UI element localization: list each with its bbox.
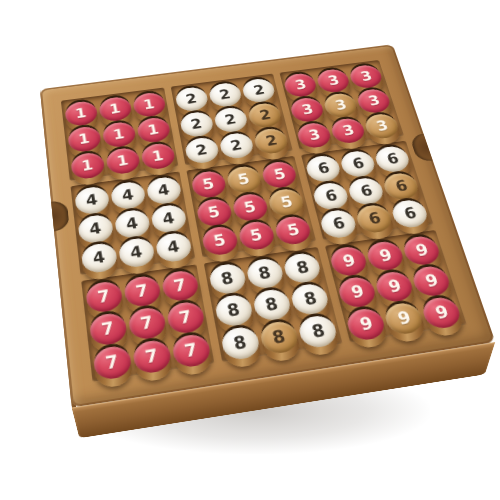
hole xyxy=(374,268,414,299)
cell-r8c7: 9 xyxy=(335,273,378,308)
peg-side xyxy=(414,277,455,305)
peg-number: 3 xyxy=(300,102,315,116)
peg-9-red[interactable]: 9 xyxy=(365,240,407,272)
block-1: 111111111 xyxy=(61,88,179,181)
peg-7-red[interactable]: 7 xyxy=(127,306,167,341)
right-rim-notch xyxy=(409,134,433,163)
peg-6-white[interactable]: 6 xyxy=(390,199,431,230)
peg-6-wood[interactable]: 6 xyxy=(381,171,421,201)
peg-top: 4 xyxy=(150,203,188,234)
hole xyxy=(365,238,404,268)
peg-number: 1 xyxy=(81,158,95,174)
peg-5-red[interactable]: 5 xyxy=(201,225,240,257)
peg-6-white[interactable]: 6 xyxy=(346,176,386,206)
hole xyxy=(267,185,303,213)
block-4: 444444444 xyxy=(70,171,195,275)
peg-number: 7 xyxy=(178,308,194,327)
peg-9-red[interactable]: 9 xyxy=(328,245,369,278)
peg-top: 4 xyxy=(77,213,114,244)
peg-9-wood[interactable]: 9 xyxy=(383,301,426,336)
hole xyxy=(337,273,376,305)
cell-r4c4: 5 xyxy=(189,167,228,197)
peg-side xyxy=(386,314,428,344)
peg-7-red[interactable]: 7 xyxy=(92,345,132,382)
peg-number: 2 xyxy=(195,143,209,158)
hole xyxy=(81,240,116,270)
block-6: 666666666 xyxy=(301,140,434,240)
peg-5-red[interactable]: 5 xyxy=(195,197,233,228)
peg-top: 8 xyxy=(220,326,262,362)
hole xyxy=(226,162,261,190)
cell-r6c7: 6 xyxy=(317,206,358,238)
cell-r8c5: 8 xyxy=(250,285,293,320)
cell-r8c6: 8 xyxy=(288,280,331,315)
peg-side xyxy=(269,198,307,224)
cell-r4c8: 6 xyxy=(338,147,378,177)
peg-top: 6 xyxy=(381,171,421,201)
hole xyxy=(401,232,440,262)
peg-side xyxy=(228,175,265,200)
cell-r4c9: 6 xyxy=(372,142,412,172)
peg-top: 9 xyxy=(411,265,454,298)
cell-r2c5: 2 xyxy=(212,104,249,132)
peg-7-red[interactable]: 7 xyxy=(171,333,212,369)
cell-r6c4: 5 xyxy=(200,223,240,256)
peg-1-red[interactable]: 1 xyxy=(70,151,105,180)
hole xyxy=(106,144,140,171)
cell-r1c2: 1 xyxy=(97,94,133,122)
peg-number: 9 xyxy=(395,309,412,328)
peg-number: 9 xyxy=(357,315,374,334)
peg-number: 4 xyxy=(92,250,106,267)
peg-side xyxy=(248,269,287,297)
peg-top: 9 xyxy=(383,301,426,336)
peg-top: 7 xyxy=(131,339,172,375)
cell-r9c7: 9 xyxy=(343,304,387,340)
cell-r3c5: 2 xyxy=(217,129,255,158)
peg-4-white[interactable]: 4 xyxy=(113,208,150,239)
cell-r4c1: 4 xyxy=(73,183,110,214)
block-2: 222222222 xyxy=(171,74,292,165)
block-3: 333333333 xyxy=(279,60,404,149)
hole xyxy=(382,169,419,197)
peg-top: 5 xyxy=(201,225,240,257)
peg-7-red[interactable]: 7 xyxy=(85,280,124,314)
cell-r9c3: 7 xyxy=(170,330,212,367)
peg-number: 9 xyxy=(341,253,357,271)
peg-number: 2 xyxy=(252,83,266,97)
peg-6-white[interactable]: 6 xyxy=(339,149,378,178)
peg-number: 9 xyxy=(433,304,451,323)
peg-side xyxy=(124,287,163,316)
cell-r5c7: 6 xyxy=(310,178,351,209)
cell-r2c7: 3 xyxy=(288,94,326,122)
peg-8-white[interactable]: 8 xyxy=(289,282,331,316)
hole xyxy=(146,173,181,201)
peg-number: 1 xyxy=(74,106,87,121)
peg-number: 2 xyxy=(218,88,232,102)
peg-top: 7 xyxy=(92,345,132,382)
cell-r1c6: 2 xyxy=(240,75,277,102)
peg-5-red[interactable]: 5 xyxy=(273,215,313,246)
cell-r6c9: 6 xyxy=(389,196,431,228)
block-7: 777777777 xyxy=(81,265,214,382)
peg-side xyxy=(424,308,466,338)
peg-number: 6 xyxy=(385,151,401,166)
peg-number: 3 xyxy=(341,123,356,138)
peg-8-white[interactable]: 8 xyxy=(252,288,293,322)
cell-r1c1: 1 xyxy=(63,98,98,126)
peg-number: 5 xyxy=(212,233,227,250)
peg-top: 9 xyxy=(336,275,378,309)
peg-top: 8 xyxy=(297,314,339,349)
peg-number: 7 xyxy=(96,288,111,306)
hole xyxy=(420,293,461,325)
cell-r1c8: 3 xyxy=(314,66,352,93)
hole xyxy=(274,213,311,242)
cell-r8c3: 7 xyxy=(164,298,206,334)
cell-r5c9: 6 xyxy=(380,169,421,200)
sudoku-board: 1111111112222222223333333334444444445555… xyxy=(40,44,495,407)
peg-7-red[interactable]: 7 xyxy=(123,275,162,309)
block-9: 999999999 xyxy=(325,230,467,342)
peg-side xyxy=(192,180,229,205)
peg-number: 1 xyxy=(142,98,155,112)
peg-top: 8 xyxy=(252,288,293,322)
cell-r8c4: 8 xyxy=(212,291,254,327)
peg-top: 7 xyxy=(161,269,200,303)
cell-r6c3: 4 xyxy=(153,229,193,262)
cell-r6c5: 5 xyxy=(236,218,277,251)
peg-top: 5 xyxy=(195,197,233,228)
peg-side xyxy=(147,186,183,211)
peg-9-red[interactable]: 9 xyxy=(420,296,464,331)
peg-2-white[interactable]: 2 xyxy=(218,131,255,159)
peg-top: 5 xyxy=(225,165,263,195)
peg-6-white[interactable]: 6 xyxy=(319,209,359,240)
peg-number: 5 xyxy=(285,222,301,239)
peg-6-white[interactable]: 6 xyxy=(311,181,350,211)
cell-r3c7: 3 xyxy=(294,119,333,148)
peg-number: 7 xyxy=(172,277,187,295)
peg-number: 3 xyxy=(359,70,374,84)
hole xyxy=(208,260,245,291)
block-5: 555555555 xyxy=(187,156,316,258)
peg-6-white[interactable]: 6 xyxy=(304,154,343,183)
peg-top: 6 xyxy=(339,149,378,178)
cell-r6c2: 4 xyxy=(116,234,155,267)
peg-7-red[interactable]: 7 xyxy=(166,301,206,336)
cell-r4c5: 5 xyxy=(224,162,263,192)
peg-8-white[interactable]: 8 xyxy=(220,326,262,362)
grid: 1111111112222222223333333334444444445555… xyxy=(61,60,467,382)
peg-9-red[interactable]: 9 xyxy=(411,265,454,298)
peg-top: 9 xyxy=(345,307,388,342)
cell-r1c5: 2 xyxy=(207,80,244,107)
peg-side xyxy=(307,165,345,190)
peg-3-red[interactable]: 3 xyxy=(295,121,333,149)
peg-number: 3 xyxy=(333,98,348,112)
cell-r8c2: 7 xyxy=(126,303,167,339)
peg-top: 3 xyxy=(295,121,333,149)
cell-r7c7: 9 xyxy=(327,243,370,277)
peg-number: 5 xyxy=(249,227,264,244)
peg-top: 1 xyxy=(105,147,141,176)
peg-side xyxy=(263,171,300,196)
peg-top: 6 xyxy=(354,204,395,235)
peg-4-white[interactable]: 4 xyxy=(110,180,147,210)
hole xyxy=(383,299,424,332)
peg-top: 7 xyxy=(166,301,206,336)
peg-top: 5 xyxy=(273,215,313,246)
peg-5-wood[interactable]: 5 xyxy=(267,187,306,217)
peg-top: 9 xyxy=(420,296,464,331)
cell-r7c9: 9 xyxy=(400,232,443,265)
cell-r3c8: 3 xyxy=(328,115,367,143)
hole xyxy=(85,278,121,310)
peg-5-wood[interactable]: 5 xyxy=(225,165,263,195)
peg-number: 1 xyxy=(116,153,130,168)
hole xyxy=(238,218,275,248)
peg-side xyxy=(78,225,115,252)
peg-number: 9 xyxy=(386,278,403,296)
peg-number: 2 xyxy=(224,112,238,127)
hole xyxy=(118,235,154,265)
peg-top: 4 xyxy=(74,185,110,215)
peg-top: 8 xyxy=(258,320,300,356)
peg-4-white[interactable]: 4 xyxy=(77,213,114,244)
peg-number: 2 xyxy=(258,108,272,123)
peg-8-white[interactable]: 8 xyxy=(245,257,285,290)
peg-number: 5 xyxy=(207,204,222,221)
cell-r5c2: 4 xyxy=(113,206,152,238)
peg-9-red[interactable]: 9 xyxy=(401,235,443,267)
peg-8-white[interactable]: 8 xyxy=(297,314,339,349)
peg-number: 5 xyxy=(243,199,258,215)
peg-9-red[interactable]: 9 xyxy=(374,270,416,304)
peg-5-red[interactable]: 5 xyxy=(260,160,298,189)
hole xyxy=(201,223,237,253)
peg-top: 8 xyxy=(289,282,331,316)
peg-side xyxy=(405,247,446,274)
block-8: 888888888 xyxy=(204,247,342,362)
peg-number: 5 xyxy=(237,171,252,187)
peg-side xyxy=(368,252,408,280)
peg-number: 3 xyxy=(293,78,307,92)
peg-side xyxy=(152,215,189,241)
peg-side xyxy=(115,220,152,247)
peg-top: 5 xyxy=(260,160,298,189)
peg-top: 7 xyxy=(171,333,212,369)
hole xyxy=(319,206,357,235)
peg-7-red[interactable]: 7 xyxy=(131,339,172,375)
peg-3-wood[interactable]: 3 xyxy=(363,112,401,140)
hole xyxy=(305,152,341,179)
peg-top: 9 xyxy=(374,270,416,304)
peg-3-red[interactable]: 3 xyxy=(329,117,367,145)
peg-4-white[interactable]: 4 xyxy=(117,237,155,269)
peg-top: 5 xyxy=(190,169,227,199)
hole xyxy=(123,272,160,304)
hole xyxy=(290,280,329,312)
peg-number: 4 xyxy=(166,239,181,256)
peg-1-red[interactable]: 1 xyxy=(105,147,141,176)
peg-number: 4 xyxy=(85,192,99,208)
peg-number: 5 xyxy=(278,194,293,210)
cell-r4c3: 4 xyxy=(144,173,182,204)
peg-2-white[interactable]: 2 xyxy=(184,136,221,164)
hole xyxy=(329,243,368,273)
peg-side xyxy=(75,196,111,222)
peg-6-wood[interactable]: 6 xyxy=(354,204,395,235)
peg-side xyxy=(222,339,263,370)
peg-number: 4 xyxy=(125,215,139,232)
cell-r5c5: 5 xyxy=(230,189,270,220)
peg-number: 6 xyxy=(323,188,339,204)
cell-r1c3: 1 xyxy=(131,89,167,117)
peg-number: 8 xyxy=(226,301,242,320)
peg-side xyxy=(129,319,168,349)
peg-number: 9 xyxy=(414,242,431,259)
cell-r1c7: 3 xyxy=(281,70,318,97)
hole xyxy=(373,142,410,169)
peg-4-white[interactable]: 4 xyxy=(74,185,110,215)
cell-r8c9: 9 xyxy=(409,262,453,296)
peg-top: 5 xyxy=(267,187,306,217)
peg-8-white[interactable]: 8 xyxy=(208,263,248,296)
hole xyxy=(74,183,108,211)
peg-5-red[interactable]: 5 xyxy=(231,192,270,223)
cell-r7c3: 7 xyxy=(159,267,200,301)
peg-number: 6 xyxy=(393,178,409,194)
peg-4-white[interactable]: 4 xyxy=(145,175,182,205)
peg-number: 1 xyxy=(112,127,125,142)
hole xyxy=(246,255,284,286)
peg-8-white[interactable]: 8 xyxy=(282,252,323,285)
peg-4-white[interactable]: 4 xyxy=(154,232,192,264)
hole xyxy=(297,311,337,344)
cell-r5c8: 6 xyxy=(345,174,386,205)
peg-top: 4 xyxy=(110,180,147,210)
peg-number: 6 xyxy=(367,211,383,228)
peg-top: 6 xyxy=(390,199,431,230)
peg-2-wood[interactable]: 2 xyxy=(253,127,290,155)
peg-top: 4 xyxy=(113,208,150,239)
peg-side xyxy=(348,320,390,350)
hole xyxy=(161,267,198,298)
peg-number: 2 xyxy=(264,133,279,148)
peg-top: 8 xyxy=(214,293,255,328)
hole xyxy=(114,206,149,235)
cell-r6c6: 5 xyxy=(272,213,313,245)
peg-number: 6 xyxy=(402,206,418,223)
peg-7-red[interactable]: 7 xyxy=(161,269,200,303)
peg-4-white[interactable]: 4 xyxy=(150,203,188,234)
peg-number: 4 xyxy=(157,182,171,198)
peg-side xyxy=(90,325,129,355)
peg-number: 6 xyxy=(331,216,347,233)
cell-r2c1: 1 xyxy=(66,123,102,152)
peg-side xyxy=(376,155,414,179)
peg-top: 6 xyxy=(346,176,386,206)
peg-9-red[interactable]: 9 xyxy=(336,275,378,309)
peg-side xyxy=(197,208,234,234)
peg-top: 9 xyxy=(401,235,443,267)
peg-number: 4 xyxy=(88,220,102,237)
hole xyxy=(390,196,428,225)
peg-number: 7 xyxy=(183,341,199,360)
hole xyxy=(155,229,191,259)
peg-8-wood[interactable]: 8 xyxy=(258,320,300,356)
peg-side xyxy=(111,191,147,217)
hole xyxy=(339,147,375,174)
peg-number: 8 xyxy=(271,328,288,347)
peg-number: 2 xyxy=(185,92,199,106)
peg-5-red[interactable]: 5 xyxy=(237,220,276,252)
hole xyxy=(345,304,385,337)
cell-r7c6: 8 xyxy=(281,249,323,283)
peg-number: 3 xyxy=(326,74,341,88)
peg-1-red[interactable]: 1 xyxy=(67,125,102,153)
cell-r9c6: 8 xyxy=(296,311,340,347)
cell-r8c1: 7 xyxy=(87,309,128,345)
peg-side xyxy=(292,295,333,324)
peg-number: 7 xyxy=(144,347,160,367)
peg-top: 8 xyxy=(208,263,248,296)
cell-r7c5: 8 xyxy=(244,255,286,289)
hole xyxy=(70,149,103,176)
peg-number: 9 xyxy=(349,283,366,301)
peg-7-red[interactable]: 7 xyxy=(88,312,127,347)
peg-top: 2 xyxy=(184,136,221,164)
peg-side xyxy=(314,192,352,218)
peg-number: 6 xyxy=(316,161,331,177)
peg-side xyxy=(342,160,380,185)
hole xyxy=(110,178,144,206)
peg-top: 8 xyxy=(282,252,323,285)
hole xyxy=(214,291,252,323)
peg-5-red[interactable]: 5 xyxy=(190,169,227,199)
hole xyxy=(261,158,297,185)
peg-number: 7 xyxy=(135,283,150,301)
peg-number: 8 xyxy=(220,270,236,288)
cell-r3c6: 2 xyxy=(252,125,290,154)
peg-1-red[interactable]: 1 xyxy=(140,142,176,171)
peg-top: 7 xyxy=(123,275,162,309)
peg-number: 2 xyxy=(190,117,204,132)
peg-9-red[interactable]: 9 xyxy=(345,307,388,342)
hole xyxy=(166,298,204,331)
peg-4-white[interactable]: 4 xyxy=(80,242,118,275)
peg-8-white[interactable]: 8 xyxy=(214,293,255,328)
peg-top: 8 xyxy=(245,257,285,290)
hole xyxy=(196,195,232,224)
peg-number: 4 xyxy=(161,210,176,227)
peg-number: 3 xyxy=(374,119,389,134)
peg-side xyxy=(261,333,302,363)
hole xyxy=(89,309,126,342)
peg-side xyxy=(377,282,418,311)
peg-side xyxy=(385,182,424,207)
peg-top: 9 xyxy=(328,245,369,278)
peg-side xyxy=(210,275,249,303)
cell-r2c6: 2 xyxy=(246,100,284,128)
cell-r9c8: 9 xyxy=(381,298,426,334)
peg-6-white[interactable]: 6 xyxy=(373,145,412,174)
peg-number: 4 xyxy=(121,187,135,203)
cell-r5c1: 4 xyxy=(76,211,114,243)
hole xyxy=(355,201,393,230)
